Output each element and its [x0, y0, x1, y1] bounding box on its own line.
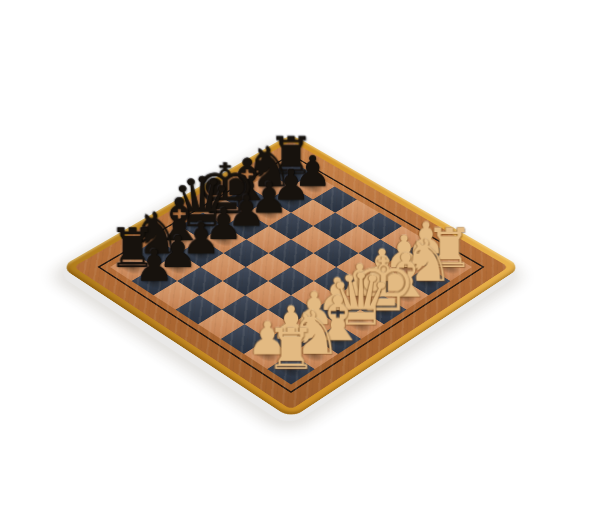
photo-scene: ♜♞♝♛♚♝♞♜♟♟♟♟♟♟♟♟♟♟♟♟♟♟♟♟♜♞♝♛♚♝♞♜ [0, 0, 600, 521]
chessboard: ♜♞♝♛♚♝♞♜♟♟♟♟♟♟♟♟♟♟♟♟♟♟♟♟♜♞♝♛♚♝♞♜ [60, 134, 521, 419]
